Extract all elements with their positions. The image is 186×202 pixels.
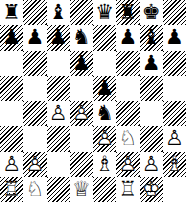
black-pawn: ♟	[47, 25, 70, 50]
black-rook-icon: ♜	[116, 0, 139, 25]
square-h1[interactable]	[163, 177, 186, 202]
white-pawn-icon: ♙	[23, 152, 46, 177]
white-knight: ♞♘	[23, 177, 46, 202]
square-g8[interactable]: ♚	[140, 0, 163, 25]
black-bishop: ♝	[47, 0, 70, 25]
square-c3[interactable]	[47, 126, 70, 151]
white-bishop-icon: ♗	[163, 152, 186, 177]
black-bishop-icon: ♝	[140, 25, 163, 50]
black-pawn-icon: ♟	[93, 76, 116, 101]
black-pawn: ♟	[23, 25, 46, 50]
square-h3[interactable]: ♟♙	[163, 126, 186, 151]
square-b5[interactable]	[23, 76, 46, 101]
white-pawn-icon: ♙	[93, 126, 116, 151]
square-f3[interactable]: ♞♘	[116, 126, 139, 151]
square-f5[interactable]	[116, 76, 139, 101]
square-d8[interactable]	[70, 0, 93, 25]
black-pawn: ♟	[140, 51, 163, 76]
white-rook: ♜♖	[0, 177, 23, 202]
white-pawn: ♟♙	[0, 152, 23, 177]
square-g1[interactable]: ♚♔	[140, 177, 163, 202]
white-pawn: ♟♙	[70, 101, 93, 126]
black-pawn-icon: ♟	[47, 25, 70, 50]
white-pawn-icon: ♙	[116, 152, 139, 177]
square-c5[interactable]	[47, 76, 70, 101]
square-b7[interactable]: ♟	[23, 25, 46, 50]
white-rook-icon: ♖	[116, 177, 139, 202]
black-knight: ♞	[70, 25, 93, 50]
square-h2[interactable]: ♝♗	[163, 152, 186, 177]
square-h5[interactable]	[163, 76, 186, 101]
square-e7[interactable]	[93, 25, 116, 50]
black-pawn: ♟	[116, 25, 139, 50]
square-a6[interactable]	[0, 51, 23, 76]
black-rook: ♜	[0, 0, 23, 25]
square-f8[interactable]: ♜	[116, 0, 139, 25]
square-c2[interactable]	[47, 152, 70, 177]
square-g7[interactable]: ♝	[140, 25, 163, 50]
black-pawn-icon: ♟	[140, 51, 163, 76]
black-pawn: ♟	[163, 25, 186, 50]
square-f7[interactable]: ♟	[116, 25, 139, 50]
black-pawn-icon: ♟	[116, 25, 139, 50]
black-pawn-icon: ♟	[0, 25, 23, 50]
white-pawn: ♟♙	[23, 152, 46, 177]
square-g6[interactable]: ♟	[140, 51, 163, 76]
square-d4[interactable]: ♟♙	[70, 101, 93, 126]
square-b1[interactable]: ♞♘	[23, 177, 46, 202]
black-king-icon: ♚	[140, 0, 163, 25]
square-d7[interactable]: ♞	[70, 25, 93, 50]
square-c1[interactable]	[47, 177, 70, 202]
black-knight-icon: ♞	[70, 25, 93, 50]
square-d6[interactable]: ♟	[70, 51, 93, 76]
square-a4[interactable]	[0, 101, 23, 126]
white-pawn: ♟♙	[116, 152, 139, 177]
square-e5[interactable]: ♟	[93, 76, 116, 101]
square-b8[interactable]	[23, 0, 46, 25]
white-bishop: ♝♗	[163, 152, 186, 177]
square-e3[interactable]: ♟♙	[93, 126, 116, 151]
white-pawn-icon: ♙	[0, 152, 23, 177]
white-pawn: ♟♙	[93, 126, 116, 151]
chess-board: ♜♝♛♜♚♟♟♟♞♟♝♟♟♟♟♟♙♟♙♞♟♙♞♘♟♙♟♙♟♙♝♗♟♙♟♙♝♗♜♖…	[0, 0, 186, 202]
square-f1[interactable]: ♜♖	[116, 177, 139, 202]
white-pawn: ♟♙	[163, 126, 186, 151]
square-a7[interactable]: ♟	[0, 25, 23, 50]
black-pawn: ♟	[0, 25, 23, 50]
white-queen-icon: ♕	[70, 177, 93, 202]
white-bishop-icon: ♗	[93, 152, 116, 177]
white-bishop: ♝♗	[93, 152, 116, 177]
black-queen: ♛	[93, 0, 116, 25]
square-h4[interactable]	[163, 101, 186, 126]
white-king-icon: ♔	[140, 177, 163, 202]
black-rook: ♜	[116, 0, 139, 25]
square-e6[interactable]	[93, 51, 116, 76]
square-c6[interactable]	[47, 51, 70, 76]
black-pawn-icon: ♟	[163, 25, 186, 50]
square-d1[interactable]: ♛♕	[70, 177, 93, 202]
white-king: ♚♔	[140, 177, 163, 202]
black-bishop-icon: ♝	[47, 0, 70, 25]
square-a1[interactable]: ♜♖	[0, 177, 23, 202]
black-king: ♚	[140, 0, 163, 25]
black-pawn: ♟	[93, 76, 116, 101]
white-knight-icon: ♘	[116, 126, 139, 151]
square-b2[interactable]: ♟♙	[23, 152, 46, 177]
white-pawn: ♟♙	[140, 152, 163, 177]
square-f4[interactable]	[116, 101, 139, 126]
square-b3[interactable]	[23, 126, 46, 151]
square-a3[interactable]	[0, 126, 23, 151]
white-pawn-icon: ♙	[70, 101, 93, 126]
square-e1[interactable]	[93, 177, 116, 202]
white-pawn: ♟♙	[47, 101, 70, 126]
square-g3[interactable]	[140, 126, 163, 151]
white-pawn-icon: ♙	[47, 101, 70, 126]
white-pawn-icon: ♙	[140, 152, 163, 177]
black-bishop: ♝	[140, 25, 163, 50]
black-pawn: ♟	[70, 51, 93, 76]
white-rook: ♜♖	[116, 177, 139, 202]
square-a5[interactable]	[0, 76, 23, 101]
square-a8[interactable]: ♜	[0, 0, 23, 25]
square-d5[interactable]	[70, 76, 93, 101]
square-g4[interactable]	[140, 101, 163, 126]
white-pawn-icon: ♙	[163, 126, 186, 151]
black-pawn-icon: ♟	[70, 51, 93, 76]
square-e4[interactable]: ♞	[93, 101, 116, 126]
white-queen: ♛♕	[70, 177, 93, 202]
square-h8[interactable]	[163, 0, 186, 25]
black-pawn-icon: ♟	[23, 25, 46, 50]
square-h6[interactable]	[163, 51, 186, 76]
square-g2[interactable]: ♟♙	[140, 152, 163, 177]
white-knight: ♞♘	[116, 126, 139, 151]
square-e2[interactable]: ♝♗	[93, 152, 116, 177]
white-rook-icon: ♖	[0, 177, 23, 202]
square-c8[interactable]: ♝	[47, 0, 70, 25]
square-h7[interactable]: ♟	[163, 25, 186, 50]
square-f2[interactable]: ♟♙	[116, 152, 139, 177]
square-d2[interactable]	[70, 152, 93, 177]
black-rook-icon: ♜	[0, 0, 23, 25]
square-b4[interactable]	[23, 101, 46, 126]
square-g5[interactable]	[140, 76, 163, 101]
square-a2[interactable]: ♟♙	[0, 152, 23, 177]
square-d3[interactable]	[70, 126, 93, 151]
black-queen-icon: ♛	[93, 0, 116, 25]
black-knight-icon: ♞	[93, 101, 116, 126]
square-c7[interactable]: ♟	[47, 25, 70, 50]
black-knight: ♞	[93, 101, 116, 126]
square-c4[interactable]: ♟♙	[47, 101, 70, 126]
square-f6[interactable]	[116, 51, 139, 76]
square-b6[interactable]	[23, 51, 46, 76]
white-knight-icon: ♘	[23, 177, 46, 202]
square-e8[interactable]: ♛	[93, 0, 116, 25]
